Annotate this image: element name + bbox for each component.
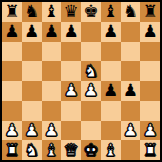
square-h6[interactable] [140,42,160,62]
square-d2[interactable] [61,121,81,141]
square-h2[interactable]: ♟ [140,121,160,141]
chess-board: ♜♞♝♛♚♝♞♜♟♟♟♟♟♟♞♟♟♟♟♟♟♟♟♟♜♞♝♛♚♝♜ [2,2,160,160]
square-b5[interactable] [22,61,42,81]
white-pawn[interactable]: ♟ [143,121,158,140]
square-h1[interactable]: ♜ [140,140,160,160]
square-e1[interactable]: ♚ [81,140,101,160]
square-c8[interactable]: ♝ [42,2,62,22]
square-d7[interactable]: ♟ [61,22,81,42]
square-c3[interactable] [42,101,62,121]
square-f2[interactable] [101,121,121,141]
square-d4[interactable]: ♟ [61,81,81,101]
square-g2[interactable]: ♟ [121,121,141,141]
white-knight[interactable]: ♞ [83,62,98,81]
square-e3[interactable] [81,101,101,121]
square-e2[interactable] [81,121,101,141]
white-pawn[interactable]: ♟ [123,121,138,140]
black-pawn[interactable]: ♟ [4,22,19,41]
black-rook[interactable]: ♜ [143,2,158,21]
square-a1[interactable]: ♜ [2,140,22,160]
square-e6[interactable] [81,42,101,62]
black-knight[interactable]: ♞ [123,2,138,21]
black-pawn[interactable]: ♟ [103,81,118,100]
square-a3[interactable] [2,101,22,121]
square-h3[interactable] [140,101,160,121]
square-a6[interactable] [2,42,22,62]
white-bishop[interactable]: ♝ [44,141,59,160]
white-knight[interactable]: ♞ [24,141,39,160]
square-d6[interactable] [61,42,81,62]
square-d5[interactable] [61,61,81,81]
square-f5[interactable] [101,61,121,81]
square-a2[interactable]: ♟ [2,121,22,141]
square-f3[interactable] [101,101,121,121]
white-king[interactable]: ♚ [83,141,98,160]
square-h5[interactable] [140,61,160,81]
square-c2[interactable]: ♟ [42,121,62,141]
square-a5[interactable] [2,61,22,81]
black-pawn[interactable]: ♟ [143,22,158,41]
square-f1[interactable]: ♝ [101,140,121,160]
chess-board-frame: ♜♞♝♛♚♝♞♜♟♟♟♟♟♟♞♟♟♟♟♟♟♟♟♟♜♞♝♛♚♝♜ [0,0,162,162]
white-pawn[interactable]: ♟ [24,121,39,140]
square-e7[interactable] [81,22,101,42]
white-queen[interactable]: ♛ [64,141,79,160]
square-c4[interactable] [42,81,62,101]
square-d3[interactable] [61,101,81,121]
black-pawn[interactable]: ♟ [103,22,118,41]
square-g5[interactable] [121,61,141,81]
square-b6[interactable] [22,42,42,62]
square-d1[interactable]: ♛ [61,140,81,160]
square-f6[interactable] [101,42,121,62]
square-b8[interactable]: ♞ [22,2,42,22]
square-a7[interactable]: ♟ [2,22,22,42]
white-bishop[interactable]: ♝ [103,141,118,160]
white-rook[interactable]: ♜ [4,141,19,160]
square-e8[interactable]: ♚ [81,2,101,22]
square-f7[interactable]: ♟ [101,22,121,42]
square-g8[interactable]: ♞ [121,2,141,22]
white-pawn[interactable]: ♟ [44,121,59,140]
square-h7[interactable]: ♟ [140,22,160,42]
square-f4[interactable]: ♟ [101,81,121,101]
black-pawn[interactable]: ♟ [64,22,79,41]
square-g1[interactable] [121,140,141,160]
black-knight[interactable]: ♞ [24,2,39,21]
square-b7[interactable]: ♟ [22,22,42,42]
square-g4[interactable]: ♟ [121,81,141,101]
black-bishop[interactable]: ♝ [103,2,118,21]
white-pawn[interactable]: ♟ [4,121,19,140]
square-a8[interactable]: ♜ [2,2,22,22]
black-rook[interactable]: ♜ [4,2,19,21]
square-b3[interactable] [22,101,42,121]
square-e4[interactable]: ♟ [81,81,101,101]
square-h8[interactable]: ♜ [140,2,160,22]
black-pawn[interactable]: ♟ [44,22,59,41]
square-g6[interactable] [121,42,141,62]
white-pawn[interactable]: ♟ [83,81,98,100]
square-c6[interactable] [42,42,62,62]
square-g3[interactable] [121,101,141,121]
black-pawn[interactable]: ♟ [123,81,138,100]
square-c1[interactable]: ♝ [42,140,62,160]
square-d8[interactable]: ♛ [61,2,81,22]
square-e5[interactable]: ♞ [81,61,101,81]
square-a4[interactable] [2,81,22,101]
white-pawn[interactable]: ♟ [64,81,79,100]
square-b4[interactable] [22,81,42,101]
black-pawn[interactable]: ♟ [24,22,39,41]
square-f8[interactable]: ♝ [101,2,121,22]
white-rook[interactable]: ♜ [143,141,158,160]
square-b2[interactable]: ♟ [22,121,42,141]
square-c5[interactable] [42,61,62,81]
square-b1[interactable]: ♞ [22,140,42,160]
square-g7[interactable] [121,22,141,42]
black-queen[interactable]: ♛ [64,2,79,21]
square-h4[interactable] [140,81,160,101]
black-bishop[interactable]: ♝ [44,2,59,21]
square-c7[interactable]: ♟ [42,22,62,42]
black-king[interactable]: ♚ [83,2,98,21]
